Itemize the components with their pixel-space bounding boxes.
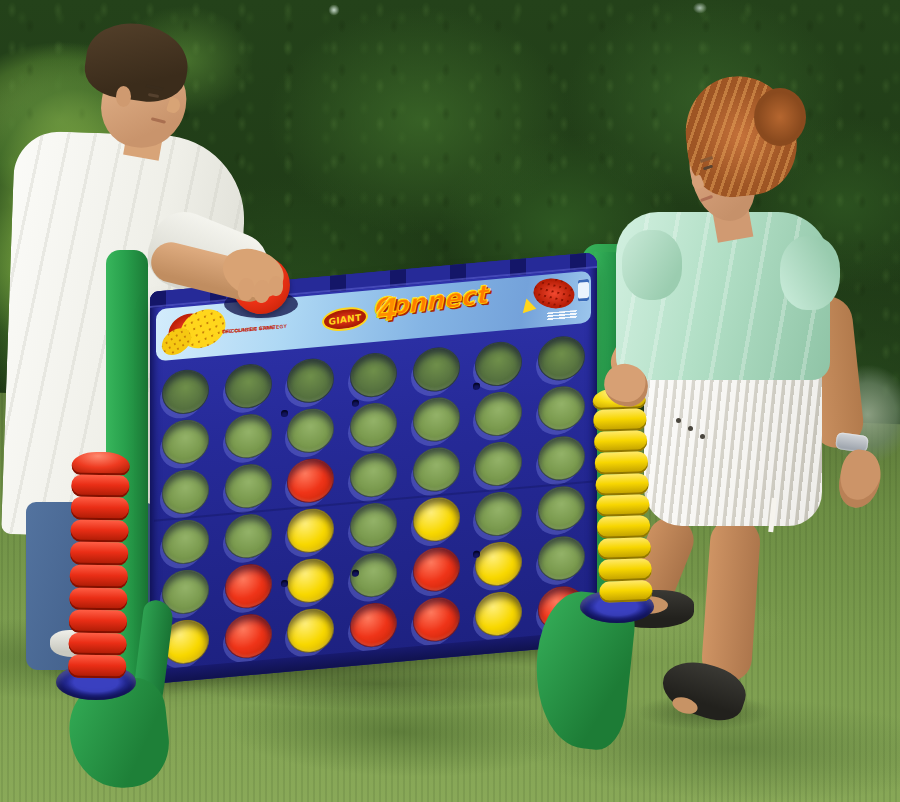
board-cell-r1c7[interactable]	[530, 330, 593, 386]
empty-slot	[287, 357, 334, 405]
empty-slot	[162, 468, 209, 516]
board-cell-r5c6[interactable]	[468, 536, 531, 592]
man-ear	[116, 86, 131, 107]
yellow-disc-stack[interactable]	[592, 387, 652, 603]
spare-red-disc[interactable]	[70, 519, 128, 543]
board-cell-r1c4[interactable]	[342, 347, 405, 403]
spare-red-disc[interactable]	[71, 497, 129, 521]
spare-red-disc[interactable]	[72, 452, 130, 476]
spare-red-disc[interactable]	[69, 587, 127, 611]
board-cell-r2c1[interactable]	[154, 414, 217, 470]
empty-slot	[413, 395, 460, 443]
woman-hair-bun	[754, 88, 806, 146]
empty-slot	[475, 390, 522, 438]
board-cell-r2c7[interactable]	[530, 380, 593, 436]
shorts-button	[700, 434, 705, 439]
red-disc-stack[interactable]	[68, 452, 130, 679]
board-cell-r3c2[interactable]	[217, 458, 280, 514]
board-cell-r3c5[interactable]	[405, 442, 468, 498]
spare-red-disc[interactable]	[70, 542, 128, 566]
board-cell-r2c3[interactable]	[279, 403, 342, 459]
banner-fine-print	[547, 310, 577, 321]
banner-yellow-triangle	[520, 296, 537, 313]
empty-slot	[538, 384, 585, 432]
board-cell-r4c5[interactable]	[405, 492, 468, 548]
giant-badge: GIANT	[321, 304, 368, 333]
empty-slot	[225, 462, 272, 510]
board-cell-r6c3[interactable]	[279, 603, 342, 659]
board-cell-r4c4[interactable]	[342, 497, 405, 553]
board-cell-r5c3[interactable]	[279, 553, 342, 609]
board-cell-r3c1[interactable]	[154, 464, 217, 520]
empty-slot	[162, 368, 209, 416]
board-cell-r4c2[interactable]	[217, 508, 280, 564]
board-cell-r1c2[interactable]	[217, 358, 280, 414]
shorts-button	[676, 418, 681, 423]
empty-slot	[162, 518, 209, 566]
red-disc	[413, 545, 460, 593]
board-cell-r1c1[interactable]	[154, 364, 217, 420]
logo-number: 4	[374, 291, 396, 328]
banner-tagline: THE CLASSIC GAME OF COUNTER STRATEGY	[222, 322, 300, 329]
red-disc	[225, 562, 272, 610]
empty-slot	[287, 407, 334, 455]
spare-red-disc[interactable]	[70, 564, 128, 588]
empty-slot	[475, 340, 522, 388]
board-cell-r2c4[interactable]	[342, 397, 405, 453]
spare-red-disc[interactable]	[68, 655, 126, 679]
empty-slot	[225, 412, 272, 460]
empty-slot	[225, 512, 272, 560]
board-cell-r3c3[interactable]	[279, 453, 342, 509]
empty-slot	[538, 334, 585, 382]
spare-yellow-disc[interactable]	[594, 430, 648, 453]
empty-slot	[225, 362, 272, 410]
spare-yellow-disc[interactable]	[598, 558, 652, 581]
board-cell-r4c3[interactable]	[279, 503, 342, 559]
board-cell-r1c5[interactable]	[405, 342, 468, 398]
photo-scene: THE CLASSIC GAME OF COUNTER STRATEGY GIA…	[0, 0, 900, 802]
red-disc	[287, 457, 334, 505]
board-cell-r5c2[interactable]	[217, 558, 280, 614]
tagline-line2: OF COUNTER STRATEGY	[222, 323, 287, 335]
man-finger	[269, 276, 283, 296]
board-cell-r2c5[interactable]	[405, 392, 468, 448]
yellow-disc	[475, 590, 522, 638]
shorts-button	[688, 426, 693, 431]
spare-yellow-disc[interactable]	[599, 580, 653, 603]
spare-red-disc[interactable]	[71, 474, 129, 498]
connect4-board-frame: THE CLASSIC GAME OF COUNTER STRATEGY GIA…	[150, 252, 597, 684]
empty-slot	[350, 451, 397, 499]
yellow-disc	[287, 607, 334, 655]
board-cell-r4c6[interactable]	[468, 486, 531, 542]
spare-yellow-disc[interactable]	[598, 537, 652, 560]
empty-slot	[413, 345, 460, 393]
empty-slot	[475, 440, 522, 488]
board-cell-r3c6[interactable]	[468, 436, 531, 492]
woman-right-sleeve	[622, 230, 682, 300]
board-cell-r2c2[interactable]	[217, 408, 280, 464]
board-cell-r6c6[interactable]	[468, 586, 531, 642]
spare-red-disc[interactable]	[68, 632, 126, 656]
empty-slot	[475, 490, 522, 538]
empty-slot	[413, 445, 460, 493]
board-cell-r4c7[interactable]	[530, 480, 593, 536]
board-cell-r6c5[interactable]	[405, 592, 468, 648]
spare-yellow-disc[interactable]	[597, 515, 651, 538]
empty-slot	[162, 418, 209, 466]
woman-left-sleeve	[780, 236, 840, 310]
board-cell-r3c4[interactable]	[342, 447, 405, 503]
board-cell-r5c7[interactable]	[530, 530, 593, 586]
empty-slot	[350, 351, 397, 399]
spare-red-disc[interactable]	[69, 610, 127, 634]
yellow-disc	[287, 557, 334, 605]
red-disc	[350, 601, 397, 649]
spare-yellow-disc[interactable]	[595, 473, 649, 496]
red-disc	[225, 612, 272, 660]
board-cell-r1c3[interactable]	[279, 353, 342, 409]
board-cell-r4c1[interactable]	[154, 514, 217, 570]
yellow-disc	[475, 540, 522, 588]
empty-slot	[350, 501, 397, 549]
spare-yellow-disc[interactable]	[593, 409, 647, 432]
empty-slot	[538, 484, 585, 532]
board-cell-r6c2[interactable]	[217, 608, 280, 664]
yellow-disc	[287, 507, 334, 555]
board-cell-r3c7[interactable]	[530, 430, 593, 486]
board-cell-r5c5[interactable]	[405, 542, 468, 598]
empty-slot	[538, 434, 585, 482]
board-cell-r2c6[interactable]	[468, 386, 531, 442]
spare-yellow-disc[interactable]	[595, 451, 649, 474]
red-disc	[413, 595, 460, 643]
yellow-disc	[413, 495, 460, 543]
board-cell-r6c4[interactable]	[342, 597, 405, 653]
empty-slot	[350, 401, 397, 449]
banner-logo-box	[578, 279, 589, 302]
spare-yellow-disc[interactable]	[596, 494, 650, 517]
empty-slot	[538, 534, 585, 582]
banner-red-disc-art-right	[530, 275, 579, 313]
